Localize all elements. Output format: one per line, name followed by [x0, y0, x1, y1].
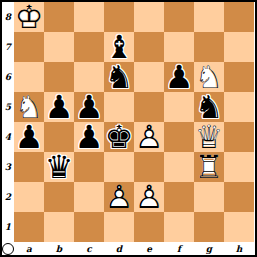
square-f4[interactable] — [164, 122, 194, 152]
square-c5[interactable]: ♟ — [74, 92, 104, 122]
square-e7[interactable] — [134, 32, 164, 62]
square-c8[interactable] — [74, 2, 104, 32]
square-a2[interactable] — [14, 182, 44, 212]
rank-label-1: 1 — [2, 212, 14, 242]
piece-black-pawn[interactable]: ♟ — [44, 92, 74, 122]
square-f1[interactable] — [164, 212, 194, 242]
square-g7[interactable] — [194, 32, 224, 62]
piece-black-pawn[interactable]: ♟ — [74, 92, 104, 122]
square-h8[interactable] — [224, 2, 254, 32]
rank-label-3: 3 — [2, 152, 14, 182]
square-b1[interactable] — [44, 212, 74, 242]
piece-white-pawn[interactable]: ♟♙ — [134, 122, 164, 152]
square-c3[interactable] — [74, 152, 104, 182]
square-g4[interactable]: ♛♕ — [194, 122, 224, 152]
piece-white-knight[interactable]: ♞♘ — [194, 62, 224, 92]
square-g2[interactable] — [194, 182, 224, 212]
file-labels: abcdefgh — [14, 243, 254, 255]
square-c6[interactable] — [74, 62, 104, 92]
file-label-f: f — [164, 243, 194, 255]
file-label-g: g — [194, 243, 224, 255]
square-h2[interactable] — [224, 182, 254, 212]
square-c2[interactable] — [74, 182, 104, 212]
file-label-a: a — [14, 243, 44, 255]
square-a1[interactable] — [14, 212, 44, 242]
square-d8[interactable] — [104, 2, 134, 32]
square-g6[interactable]: ♞♘ — [194, 62, 224, 92]
piece-white-pawn[interactable]: ♟♙ — [134, 182, 164, 212]
file-label-c: c — [74, 243, 104, 255]
square-e8[interactable] — [134, 2, 164, 32]
square-f2[interactable] — [164, 182, 194, 212]
square-a8[interactable]: ♚♔ — [14, 2, 44, 32]
square-h5[interactable] — [224, 92, 254, 122]
square-d3[interactable] — [104, 152, 134, 182]
square-e2[interactable]: ♟♙ — [134, 182, 164, 212]
square-b2[interactable] — [44, 182, 74, 212]
chess-diagram: 87654321 ♚♔♝♞♟♞♘♞♘♟♟♞♟♟♚♟♙♛♕♛♜♖♟♙♟♙ abcd… — [2, 2, 255, 255]
square-b7[interactable] — [44, 32, 74, 62]
square-b8[interactable] — [44, 2, 74, 32]
rank-label-5: 5 — [2, 92, 14, 122]
square-d5[interactable] — [104, 92, 134, 122]
square-d6[interactable]: ♞ — [104, 62, 134, 92]
rank-label-4: 4 — [2, 122, 14, 152]
square-b5[interactable]: ♟ — [44, 92, 74, 122]
square-a7[interactable] — [14, 32, 44, 62]
square-b6[interactable] — [44, 62, 74, 92]
square-f7[interactable] — [164, 32, 194, 62]
white-to-move-circle-icon — [2, 243, 14, 255]
square-h3[interactable] — [224, 152, 254, 182]
piece-black-king[interactable]: ♚ — [104, 122, 134, 152]
square-d1[interactable] — [104, 212, 134, 242]
square-d4[interactable]: ♚ — [104, 122, 134, 152]
square-f5[interactable] — [164, 92, 194, 122]
square-g8[interactable] — [194, 2, 224, 32]
square-h7[interactable] — [224, 32, 254, 62]
piece-white-knight[interactable]: ♞♘ — [14, 92, 44, 122]
piece-black-pawn[interactable]: ♟ — [164, 62, 194, 92]
piece-white-rook[interactable]: ♜♖ — [194, 152, 224, 182]
square-f3[interactable] — [164, 152, 194, 182]
file-label-d: d — [104, 243, 134, 255]
rank-label-8: 8 — [2, 2, 14, 32]
square-e3[interactable] — [134, 152, 164, 182]
rank-labels: 87654321 — [2, 2, 14, 243]
square-a3[interactable] — [14, 152, 44, 182]
side-to-move-indicator — [2, 243, 14, 255]
file-label-b: b — [44, 243, 74, 255]
square-g1[interactable] — [194, 212, 224, 242]
piece-black-pawn[interactable]: ♟ — [14, 122, 44, 152]
piece-white-queen[interactable]: ♛♕ — [194, 122, 224, 152]
square-e5[interactable] — [134, 92, 164, 122]
piece-black-knight[interactable]: ♞ — [104, 62, 134, 92]
rank-label-7: 7 — [2, 32, 14, 62]
square-c1[interactable] — [74, 212, 104, 242]
square-b4[interactable] — [44, 122, 74, 152]
square-f8[interactable] — [164, 2, 194, 32]
square-d2[interactable]: ♟♙ — [104, 182, 134, 212]
square-h1[interactable] — [224, 212, 254, 242]
rank-label-2: 2 — [2, 182, 14, 212]
square-b3[interactable]: ♛ — [44, 152, 74, 182]
piece-black-bishop[interactable]: ♝ — [104, 32, 134, 62]
piece-black-queen[interactable]: ♛ — [44, 152, 74, 182]
square-a5[interactable]: ♞♘ — [14, 92, 44, 122]
square-a6[interactable] — [14, 62, 44, 92]
square-a4[interactable]: ♟ — [14, 122, 44, 152]
square-g5[interactable]: ♞ — [194, 92, 224, 122]
square-f6[interactable]: ♟ — [164, 62, 194, 92]
square-d7[interactable]: ♝ — [104, 32, 134, 62]
square-e6[interactable] — [134, 62, 164, 92]
square-h6[interactable] — [224, 62, 254, 92]
file-label-h: h — [224, 243, 254, 255]
square-c7[interactable] — [74, 32, 104, 62]
square-g3[interactable]: ♜♖ — [194, 152, 224, 182]
file-label-e: e — [134, 243, 164, 255]
square-e4[interactable]: ♟♙ — [134, 122, 164, 152]
piece-black-knight[interactable]: ♞ — [194, 92, 224, 122]
piece-black-pawn[interactable]: ♟ — [74, 122, 104, 152]
chess-board: ♚♔♝♞♟♞♘♞♘♟♟♞♟♟♚♟♙♛♕♛♜♖♟♙♟♙ — [14, 2, 254, 242]
square-e1[interactable] — [134, 212, 164, 242]
rank-label-6: 6 — [2, 62, 14, 92]
square-h4[interactable] — [224, 122, 254, 152]
square-c4[interactable]: ♟ — [74, 122, 104, 152]
chess-diagram-frame: 87654321 ♚♔♝♞♟♞♘♞♘♟♟♞♟♟♚♟♙♛♕♛♜♖♟♙♟♙ abcd… — [0, 0, 257, 257]
piece-white-king[interactable]: ♚♔ — [14, 2, 44, 32]
piece-white-pawn[interactable]: ♟♙ — [104, 182, 134, 212]
